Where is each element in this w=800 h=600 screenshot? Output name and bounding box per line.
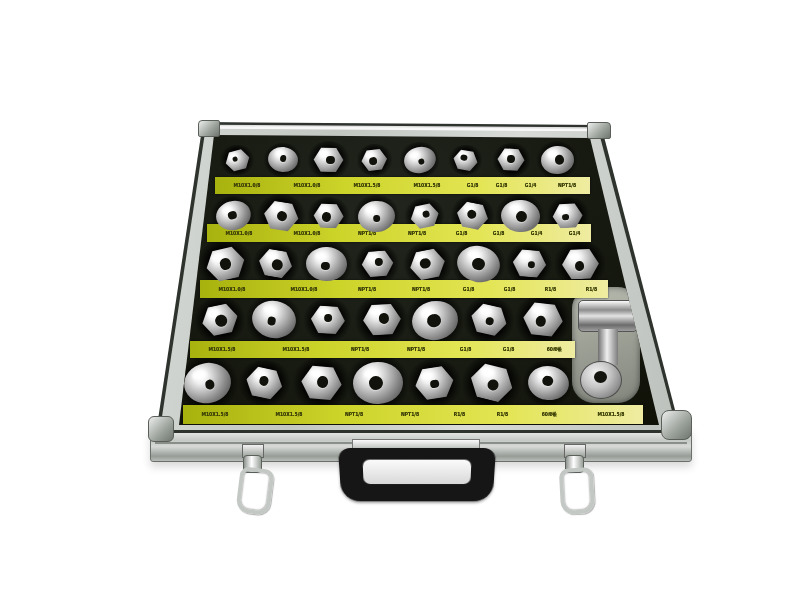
specular-highlight xyxy=(409,151,419,159)
thread-size-label: G1/8 xyxy=(463,287,475,292)
thread-size-label: R1/8 xyxy=(454,412,465,417)
fitting-bore-hole xyxy=(214,314,228,328)
thread-size-label: M10X1.5/8 xyxy=(598,412,625,417)
fitting-bore-hole xyxy=(527,261,535,269)
specular-highlight xyxy=(479,306,492,316)
thread-size-label: M10X1.5/8 xyxy=(201,412,228,417)
specular-highlight xyxy=(531,306,544,315)
specular-highlight xyxy=(480,367,495,379)
thread-size-label: NPT1/8 xyxy=(358,287,376,292)
label-strip: M10X1.5/8M10X1.5/8NPT1/8NPT1/8G1/8G1/860… xyxy=(190,341,575,358)
latch-right[interactable] xyxy=(558,444,594,512)
fitting-bore-hole xyxy=(486,379,499,392)
label-strip: M10X1.0/8M10X1.0/8M10X1.5/8M10X1.5/8G1/8… xyxy=(215,177,590,194)
thread-size-label: R1/8 xyxy=(496,412,507,417)
thread-size-label: M10X1.5/8 xyxy=(414,183,441,188)
thread-size-label: M10X1.0/8 xyxy=(294,231,321,236)
fitting-bore-hole xyxy=(430,379,440,389)
fitting-bore-hole xyxy=(279,155,287,163)
thread-size-label: G1/8 xyxy=(466,183,478,188)
fitting-bore-hole xyxy=(266,316,276,326)
fitting-bore-hole xyxy=(205,379,216,390)
fitting-bore-hole xyxy=(271,259,283,271)
thread-size-label: M10X1.0/8 xyxy=(225,231,252,236)
fitting-bore-hole xyxy=(326,156,335,165)
product-photo: M10X1.0/8M10X1.0/8M10X1.5/8M10X1.5/8G1/8… xyxy=(0,0,800,600)
thread-size-label: NPT1/8 xyxy=(407,347,425,352)
corner-cap-bottom-left xyxy=(148,416,174,442)
thread-size-label: M10X1.5/8 xyxy=(208,347,235,352)
specular-highlight xyxy=(192,370,207,381)
handle-opening xyxy=(363,460,472,484)
latch-left[interactable] xyxy=(236,444,272,512)
thread-size-label: G1/8 xyxy=(504,287,516,292)
fitting-bore-hole xyxy=(417,158,425,166)
thread-size-label: NPT1/8 xyxy=(345,412,363,417)
fitting-bore-hole xyxy=(466,209,477,220)
thread-size-label: M10X1.5/8 xyxy=(354,183,381,188)
fitting-bore-hole xyxy=(563,214,570,221)
fitting-bore-hole xyxy=(369,157,378,166)
thread-size-label: NPT1/8 xyxy=(401,412,419,417)
specular-highlight xyxy=(263,305,277,315)
specular-highlight xyxy=(365,206,376,214)
specular-highlight xyxy=(568,252,580,260)
thread-size-label: G1/8 xyxy=(502,347,514,352)
thread-size-label: G1/8 xyxy=(496,183,508,188)
fitting-bore-hole xyxy=(422,209,431,218)
gauge-adapter-cap xyxy=(578,300,638,332)
fitting-bore-hole xyxy=(373,214,381,222)
gauge-adapter-stem xyxy=(598,329,618,365)
thread-size-label: G1/8 xyxy=(456,231,468,236)
thread-size-label: G1/4 xyxy=(531,231,543,236)
specular-highlight xyxy=(519,253,530,261)
specular-highlight xyxy=(558,206,568,213)
label-strip: M10X1.5/8M10X1.5/8NPT1/8NPT1/8R1/8R1/860… xyxy=(183,405,643,424)
fitting-bore-hole xyxy=(218,257,231,270)
fitting-bore-hole xyxy=(259,375,270,386)
thread-size-label: M10X1.5/8 xyxy=(282,347,309,352)
corner-cap-bottom-right xyxy=(661,410,692,440)
thread-size-label: NPT1/8 xyxy=(412,287,430,292)
fitting-bore-hole xyxy=(427,312,443,328)
carry-handle[interactable] xyxy=(338,448,496,501)
fitting-bore-hole xyxy=(554,155,564,165)
thread-size-label: G1/8 xyxy=(460,347,472,352)
thread-size-label: NPT1/8 xyxy=(408,231,426,236)
thread-size-label: G1/8 xyxy=(493,231,505,236)
fitting-bore-hole xyxy=(485,316,495,326)
thread-size-label: NPT1/8 xyxy=(351,347,369,352)
latch-wire-loop xyxy=(559,467,595,515)
specular-highlight xyxy=(421,371,434,381)
thread-size-label: M10X1.0/8 xyxy=(294,183,321,188)
fitting-bore-hole xyxy=(574,261,584,271)
fitting-bore-hole xyxy=(323,313,332,322)
fitting-bore-hole xyxy=(378,313,389,324)
thread-size-label: M10X1.0/8 xyxy=(218,287,245,292)
fitting-bore-hole xyxy=(369,376,384,391)
fitting-bore-hole xyxy=(471,257,486,272)
fitting-bore-hole xyxy=(231,155,238,162)
thread-size-label: 60度锥 xyxy=(541,412,556,417)
fitting-bore-hole xyxy=(535,316,546,327)
corner-cap-top-left xyxy=(198,120,220,137)
fitting-bore-hole xyxy=(460,154,467,161)
thread-size-label: G1/4 xyxy=(525,183,537,188)
fitting-bore-hole xyxy=(374,258,383,267)
fitting-bore-hole xyxy=(420,257,432,269)
fitting-bore-hole xyxy=(541,375,553,387)
corner-cap-top-right xyxy=(587,122,611,139)
specular-highlight xyxy=(315,252,327,260)
fitting-bore-hole xyxy=(515,210,527,222)
fitting-bore-hole xyxy=(316,376,329,389)
label-strip: M10X1.0/8M10X1.0/8NPT1/8NPT1/8G1/8G1/8R1… xyxy=(200,280,608,298)
fitting-bore-hole xyxy=(276,210,287,221)
thread-size-label: G1/4 xyxy=(569,231,581,236)
thread-size-label: NPT1/8 xyxy=(558,183,576,188)
thread-size-label: M10X1.0/8 xyxy=(290,287,317,292)
fitting-bore-hole xyxy=(227,210,237,220)
thread-size-label: M10X1.0/8 xyxy=(233,183,260,188)
fitting-bore-hole xyxy=(507,155,515,163)
fitting-bore-hole xyxy=(322,212,332,222)
thread-size-label: M10X1.5/8 xyxy=(275,412,302,417)
thread-size-label: R1/8 xyxy=(586,287,597,292)
foam-panel: M10X1.0/8M10X1.0/8M10X1.5/8M10X1.5/8G1/8… xyxy=(0,0,800,600)
latch-wire-loop xyxy=(235,466,274,516)
fitting-bore-hole xyxy=(321,262,330,271)
gauge-adapter-foot-hole xyxy=(594,371,607,383)
thread-size-label: 60度锥 xyxy=(547,347,562,352)
thread-size-label: R1/8 xyxy=(545,287,556,292)
